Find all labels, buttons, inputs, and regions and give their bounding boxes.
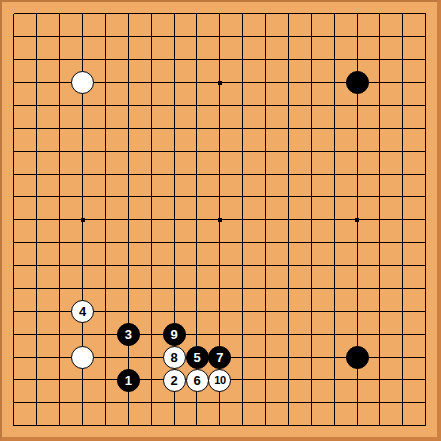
intersection (3, 300, 26, 323)
intersection (323, 140, 346, 163)
intersection (369, 208, 392, 231)
intersection (369, 3, 392, 26)
intersection (300, 300, 323, 323)
intersection (277, 48, 300, 71)
intersection (3, 48, 26, 71)
intersection (94, 3, 117, 26)
intersection (3, 117, 26, 140)
intersection (277, 414, 300, 437)
intersection (346, 208, 369, 231)
intersection (323, 369, 346, 392)
intersection (254, 25, 277, 48)
intersection (254, 300, 277, 323)
intersection (140, 323, 163, 346)
intersection (186, 254, 209, 277)
intersection (300, 117, 323, 140)
intersection (323, 208, 346, 231)
intersection (323, 71, 346, 94)
intersection: 6 (186, 369, 209, 392)
intersection (208, 117, 231, 140)
intersection (323, 414, 346, 437)
intersection (71, 323, 94, 346)
intersection (300, 94, 323, 117)
intersection (163, 254, 186, 277)
intersection (140, 414, 163, 437)
intersection (25, 208, 48, 231)
intersection (300, 414, 323, 437)
intersection (277, 94, 300, 117)
intersection (300, 163, 323, 186)
intersection: 3 (117, 323, 140, 346)
intersection (117, 277, 140, 300)
intersection (323, 186, 346, 209)
move-number-label: 6 (193, 374, 200, 387)
intersection (369, 231, 392, 254)
intersection (140, 117, 163, 140)
intersection (25, 94, 48, 117)
move-number-label: 4 (79, 305, 86, 318)
intersection (323, 3, 346, 26)
intersection (71, 277, 94, 300)
intersection (186, 48, 209, 71)
intersection (391, 414, 414, 437)
intersection (346, 117, 369, 140)
intersection (323, 94, 346, 117)
intersection (208, 391, 231, 414)
intersection (48, 208, 71, 231)
intersection (117, 25, 140, 48)
intersection (3, 71, 26, 94)
intersection (300, 140, 323, 163)
intersection (369, 254, 392, 277)
intersection (208, 231, 231, 254)
intersection (71, 186, 94, 209)
intersection (25, 25, 48, 48)
intersection (94, 163, 117, 186)
intersection (117, 208, 140, 231)
white-stone (71, 346, 94, 369)
intersection (254, 3, 277, 26)
intersection (117, 186, 140, 209)
intersection (140, 140, 163, 163)
intersection (254, 231, 277, 254)
intersection (48, 163, 71, 186)
star-point (355, 218, 359, 222)
intersection (186, 3, 209, 26)
intersection (163, 48, 186, 71)
intersection (94, 48, 117, 71)
intersection (71, 71, 94, 94)
intersection (71, 254, 94, 277)
intersection (254, 94, 277, 117)
intersection (140, 231, 163, 254)
intersection (254, 48, 277, 71)
intersection (25, 414, 48, 437)
intersection (48, 346, 71, 369)
move-number-label: 9 (171, 328, 178, 341)
intersection (231, 254, 254, 277)
intersection (391, 71, 414, 94)
intersection (391, 231, 414, 254)
intersection (208, 254, 231, 277)
intersection (231, 71, 254, 94)
intersection: 5 (186, 346, 209, 369)
intersection (414, 186, 437, 209)
intersection (391, 94, 414, 117)
intersection (208, 323, 231, 346)
intersection (277, 140, 300, 163)
intersection (208, 3, 231, 26)
intersection (25, 231, 48, 254)
black-stone (346, 346, 369, 369)
intersection (277, 277, 300, 300)
intersection (254, 140, 277, 163)
intersection (391, 323, 414, 346)
intersection (71, 391, 94, 414)
intersection (231, 369, 254, 392)
black-stone-move-7: 7 (208, 346, 231, 369)
intersection (300, 369, 323, 392)
intersection (323, 48, 346, 71)
intersection (140, 163, 163, 186)
intersection (300, 391, 323, 414)
intersection (48, 3, 71, 26)
intersection (71, 414, 94, 437)
intersection (94, 391, 117, 414)
intersection (48, 254, 71, 277)
intersection (414, 254, 437, 277)
intersection (300, 277, 323, 300)
intersection (391, 163, 414, 186)
intersection (25, 323, 48, 346)
intersection (254, 163, 277, 186)
intersection (346, 231, 369, 254)
intersection (277, 369, 300, 392)
intersection (186, 300, 209, 323)
white-stone-move-8: 8 (163, 346, 186, 369)
intersection (25, 140, 48, 163)
intersection (208, 208, 231, 231)
intersection (117, 163, 140, 186)
intersection (231, 391, 254, 414)
intersection (323, 300, 346, 323)
intersection (186, 231, 209, 254)
intersection (369, 346, 392, 369)
intersection (208, 48, 231, 71)
intersection (300, 231, 323, 254)
intersection (94, 140, 117, 163)
intersection (254, 391, 277, 414)
intersection (391, 117, 414, 140)
move-number-label: 3 (125, 328, 132, 341)
intersection (231, 117, 254, 140)
go-board-grid: 43985712610 (3, 3, 438, 438)
intersection (163, 300, 186, 323)
intersection (391, 208, 414, 231)
intersection: 1 (117, 369, 140, 392)
intersection (186, 25, 209, 48)
intersection (186, 71, 209, 94)
intersection (186, 163, 209, 186)
intersection (300, 346, 323, 369)
intersection (48, 231, 71, 254)
intersection (300, 25, 323, 48)
intersection (414, 48, 437, 71)
intersection (346, 346, 369, 369)
intersection (94, 414, 117, 437)
intersection (94, 300, 117, 323)
intersection: 10 (208, 369, 231, 392)
intersection (186, 140, 209, 163)
white-stone-move-10: 10 (208, 369, 231, 392)
intersection (231, 186, 254, 209)
intersection (391, 369, 414, 392)
intersection (163, 94, 186, 117)
intersection (3, 163, 26, 186)
intersection (25, 300, 48, 323)
intersection (94, 254, 117, 277)
intersection (3, 94, 26, 117)
intersection (94, 186, 117, 209)
intersection (414, 25, 437, 48)
intersection (3, 369, 26, 392)
move-number-label: 10 (214, 375, 225, 386)
intersection (277, 3, 300, 26)
intersection (140, 25, 163, 48)
intersection (277, 300, 300, 323)
intersection (414, 391, 437, 414)
intersection (391, 3, 414, 26)
intersection (346, 48, 369, 71)
intersection (254, 71, 277, 94)
intersection (25, 346, 48, 369)
intersection (117, 71, 140, 94)
intersection (163, 140, 186, 163)
intersection (140, 186, 163, 209)
intersection (25, 3, 48, 26)
intersection: 2 (163, 369, 186, 392)
intersection (94, 346, 117, 369)
intersection (369, 94, 392, 117)
intersection (25, 369, 48, 392)
intersection (3, 140, 26, 163)
intersection (71, 231, 94, 254)
white-stone-move-6: 6 (186, 369, 209, 392)
intersection (254, 277, 277, 300)
intersection (48, 25, 71, 48)
intersection (231, 48, 254, 71)
intersection (231, 277, 254, 300)
intersection (254, 346, 277, 369)
intersection (208, 186, 231, 209)
intersection (323, 231, 346, 254)
intersection (3, 323, 26, 346)
intersection (163, 25, 186, 48)
intersection (323, 277, 346, 300)
intersection (208, 163, 231, 186)
intersection (323, 117, 346, 140)
intersection (186, 208, 209, 231)
intersection: 7 (208, 346, 231, 369)
intersection (48, 117, 71, 140)
intersection (414, 163, 437, 186)
intersection (117, 3, 140, 26)
intersection (369, 117, 392, 140)
intersection (3, 3, 26, 26)
intersection (186, 391, 209, 414)
white-stone-move-2: 2 (163, 369, 186, 392)
intersection: 8 (163, 346, 186, 369)
intersection (231, 231, 254, 254)
intersection (25, 48, 48, 71)
intersection (369, 71, 392, 94)
intersection (71, 208, 94, 231)
intersection (391, 25, 414, 48)
intersection (254, 369, 277, 392)
intersection (163, 208, 186, 231)
intersection (71, 94, 94, 117)
intersection (140, 369, 163, 392)
intersection (94, 208, 117, 231)
intersection (208, 140, 231, 163)
move-number-label: 7 (216, 351, 223, 364)
intersection (25, 186, 48, 209)
intersection (117, 231, 140, 254)
intersection (163, 71, 186, 94)
intersection (300, 323, 323, 346)
intersection (25, 163, 48, 186)
intersection (186, 323, 209, 346)
intersection (140, 277, 163, 300)
intersection (94, 323, 117, 346)
intersection (25, 254, 48, 277)
intersection (346, 71, 369, 94)
intersection (140, 48, 163, 71)
intersection (414, 94, 437, 117)
intersection (300, 254, 323, 277)
intersection (346, 140, 369, 163)
intersection (277, 391, 300, 414)
intersection (208, 277, 231, 300)
star-point (81, 218, 85, 222)
intersection (369, 414, 392, 437)
intersection (346, 254, 369, 277)
intersection (323, 391, 346, 414)
intersection (254, 414, 277, 437)
intersection (25, 277, 48, 300)
intersection (277, 208, 300, 231)
intersection (277, 163, 300, 186)
intersection (391, 48, 414, 71)
intersection (300, 3, 323, 26)
intersection (323, 25, 346, 48)
intersection (117, 254, 140, 277)
intersection (231, 3, 254, 26)
intersection (323, 163, 346, 186)
intersection (323, 323, 346, 346)
intersection (323, 346, 346, 369)
intersection (48, 300, 71, 323)
intersection (94, 71, 117, 94)
intersection (391, 277, 414, 300)
intersection (140, 208, 163, 231)
intersection (369, 163, 392, 186)
intersection (231, 94, 254, 117)
intersection (323, 254, 346, 277)
intersection (140, 346, 163, 369)
intersection (208, 300, 231, 323)
intersection (369, 323, 392, 346)
intersection (71, 48, 94, 71)
intersection (48, 391, 71, 414)
intersection (140, 254, 163, 277)
intersection (414, 117, 437, 140)
intersection (71, 369, 94, 392)
intersection (391, 254, 414, 277)
intersection (414, 71, 437, 94)
intersection (414, 323, 437, 346)
intersection (414, 300, 437, 323)
intersection (300, 208, 323, 231)
intersection (71, 25, 94, 48)
intersection (208, 25, 231, 48)
intersection (277, 254, 300, 277)
intersection (94, 369, 117, 392)
intersection (369, 369, 392, 392)
intersection (208, 94, 231, 117)
intersection (140, 71, 163, 94)
intersection (186, 94, 209, 117)
black-stone-move-9: 9 (163, 323, 186, 346)
intersection (48, 140, 71, 163)
intersection (277, 117, 300, 140)
intersection (208, 414, 231, 437)
intersection (414, 277, 437, 300)
intersection (117, 391, 140, 414)
intersection (231, 25, 254, 48)
intersection (231, 346, 254, 369)
intersection (414, 346, 437, 369)
intersection (3, 186, 26, 209)
intersection (277, 323, 300, 346)
intersection (48, 48, 71, 71)
intersection (369, 140, 392, 163)
black-stone-move-5: 5 (186, 346, 209, 369)
intersection (254, 323, 277, 346)
intersection (94, 117, 117, 140)
intersection (163, 163, 186, 186)
intersection (117, 94, 140, 117)
star-point (218, 218, 222, 222)
intersection (25, 71, 48, 94)
intersection (3, 414, 26, 437)
intersection (117, 48, 140, 71)
move-number-label: 2 (171, 374, 178, 387)
intersection (117, 117, 140, 140)
intersection (94, 94, 117, 117)
go-board: 43985712610 (0, 0, 441, 441)
intersection (346, 186, 369, 209)
move-number-label: 1 (125, 374, 132, 387)
intersection (346, 300, 369, 323)
intersection (369, 277, 392, 300)
intersection (346, 369, 369, 392)
intersection (3, 346, 26, 369)
intersection (300, 48, 323, 71)
intersection (48, 414, 71, 437)
intersection (3, 231, 26, 254)
intersection (48, 186, 71, 209)
